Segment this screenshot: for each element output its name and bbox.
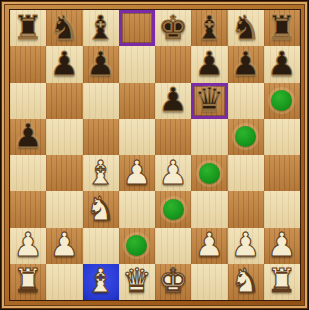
black-king-e8[interactable]: ♚: [158, 11, 188, 44]
square-f2[interactable]: ♟: [191, 228, 227, 264]
black-rook-h8[interactable]: ♜: [267, 11, 297, 44]
square-b2[interactable]: ♟: [46, 228, 82, 264]
black-pawn-f7[interactable]: ♟: [195, 47, 225, 80]
white-pawn-f2[interactable]: ♟: [195, 228, 225, 261]
square-a1[interactable]: ♜: [10, 264, 46, 300]
square-f5[interactable]: [191, 119, 227, 155]
square-e8[interactable]: ♚: [155, 10, 191, 46]
square-g7[interactable]: ♟: [228, 46, 264, 82]
black-pawn-b7[interactable]: ♟: [50, 47, 80, 80]
square-h5[interactable]: [264, 119, 300, 155]
legal-move-dot-e3[interactable]: [163, 199, 184, 220]
square-b3[interactable]: [46, 191, 82, 227]
square-b5[interactable]: [46, 119, 82, 155]
square-c2[interactable]: [83, 228, 119, 264]
square-e5[interactable]: [155, 119, 191, 155]
white-queen-d1[interactable]: ♛: [122, 264, 152, 297]
square-g6[interactable]: [228, 83, 264, 119]
black-pawn-h7[interactable]: ♟: [267, 47, 297, 80]
white-pawn-b2[interactable]: ♟: [50, 228, 80, 261]
white-bishop-c4[interactable]: ♝: [86, 156, 116, 189]
chess-board: ♜♞♝♚♝♞♜♟♟♟♟♟♟♛♟♝♟♟♞♟♟♟♟♟♜♝♛♚♞♜: [10, 10, 300, 300]
square-c8[interactable]: ♝: [83, 10, 119, 46]
white-knight-g1[interactable]: ♞: [231, 264, 261, 297]
square-h6[interactable]: [264, 83, 300, 119]
white-knight-c3[interactable]: ♞: [86, 192, 116, 225]
square-g4[interactable]: [228, 155, 264, 191]
black-knight-b8[interactable]: ♞: [50, 11, 80, 44]
square-h4[interactable]: [264, 155, 300, 191]
square-a2[interactable]: ♟: [10, 228, 46, 264]
square-d8[interactable]: [119, 10, 155, 46]
square-c6[interactable]: [83, 83, 119, 119]
square-e2[interactable]: [155, 228, 191, 264]
legal-move-dot-d2[interactable]: [126, 235, 147, 256]
square-e7[interactable]: [155, 46, 191, 82]
square-h3[interactable]: [264, 191, 300, 227]
square-f4[interactable]: [191, 155, 227, 191]
square-g1[interactable]: ♞: [228, 264, 264, 300]
square-a3[interactable]: [10, 191, 46, 227]
white-pawn-d4[interactable]: ♟: [122, 156, 152, 189]
square-b4[interactable]: [46, 155, 82, 191]
square-d4[interactable]: ♟: [119, 155, 155, 191]
square-c4[interactable]: ♝: [83, 155, 119, 191]
square-a4[interactable]: [10, 155, 46, 191]
square-g2[interactable]: ♟: [228, 228, 264, 264]
square-h2[interactable]: ♟: [264, 228, 300, 264]
black-pawn-e6[interactable]: ♟: [158, 83, 188, 116]
white-rook-h1[interactable]: ♜: [267, 264, 297, 297]
square-b7[interactable]: ♟: [46, 46, 82, 82]
square-a8[interactable]: ♜: [10, 10, 46, 46]
chess-app-screen: ♜♞♝♚♝♞♜♟♟♟♟♟♟♛♟♝♟♟♞♟♟♟♟♟♜♝♛♚♞♜: [0, 0, 309, 310]
black-knight-g8[interactable]: ♞: [231, 11, 261, 44]
square-e3[interactable]: [155, 191, 191, 227]
legal-move-dot-f4[interactable]: [199, 163, 220, 184]
black-pawn-g7[interactable]: ♟: [231, 47, 261, 80]
legal-move-dot-h6[interactable]: [271, 90, 292, 111]
white-bishop-c1[interactable]: ♝: [86, 264, 116, 297]
square-f1[interactable]: [191, 264, 227, 300]
square-f6[interactable]: ♛: [191, 83, 227, 119]
square-g8[interactable]: ♞: [228, 10, 264, 46]
square-d1[interactable]: ♛: [119, 264, 155, 300]
square-e4[interactable]: ♟: [155, 155, 191, 191]
square-f7[interactable]: ♟: [191, 46, 227, 82]
white-king-e1[interactable]: ♚: [158, 264, 188, 297]
black-rook-a8[interactable]: ♜: [13, 11, 43, 44]
square-e6[interactable]: ♟: [155, 83, 191, 119]
square-c7[interactable]: ♟: [83, 46, 119, 82]
square-a6[interactable]: [10, 83, 46, 119]
square-f8[interactable]: ♝: [191, 10, 227, 46]
legal-move-dot-g5[interactable]: [235, 126, 256, 147]
square-b8[interactable]: ♞: [46, 10, 82, 46]
square-g5[interactable]: [228, 119, 264, 155]
square-e1[interactable]: ♚: [155, 264, 191, 300]
square-c5[interactable]: [83, 119, 119, 155]
square-g3[interactable]: [228, 191, 264, 227]
white-rook-a1[interactable]: ♜: [13, 264, 43, 297]
white-pawn-e4[interactable]: ♟: [158, 156, 188, 189]
square-a5[interactable]: ♟: [10, 119, 46, 155]
square-f3[interactable]: [191, 191, 227, 227]
square-d2[interactable]: [119, 228, 155, 264]
square-d5[interactable]: [119, 119, 155, 155]
white-pawn-g2[interactable]: ♟: [231, 228, 261, 261]
white-pawn-a2[interactable]: ♟: [13, 228, 43, 261]
square-d3[interactable]: [119, 191, 155, 227]
square-h7[interactable]: ♟: [264, 46, 300, 82]
black-queen-f6[interactable]: ♛: [195, 83, 225, 116]
square-d6[interactable]: [119, 83, 155, 119]
square-b6[interactable]: [46, 83, 82, 119]
white-pawn-h2[interactable]: ♟: [267, 228, 297, 261]
black-pawn-a5[interactable]: ♟: [13, 119, 43, 152]
black-pawn-c7[interactable]: ♟: [86, 47, 116, 80]
square-c1[interactable]: ♝: [83, 264, 119, 300]
square-b1[interactable]: [46, 264, 82, 300]
black-bishop-f8[interactable]: ♝: [195, 11, 225, 44]
square-a7[interactable]: [10, 46, 46, 82]
square-h1[interactable]: ♜: [264, 264, 300, 300]
square-d7[interactable]: [119, 46, 155, 82]
square-h8[interactable]: ♜: [264, 10, 300, 46]
square-c3[interactable]: ♞: [83, 191, 119, 227]
black-bishop-c8[interactable]: ♝: [86, 11, 116, 44]
